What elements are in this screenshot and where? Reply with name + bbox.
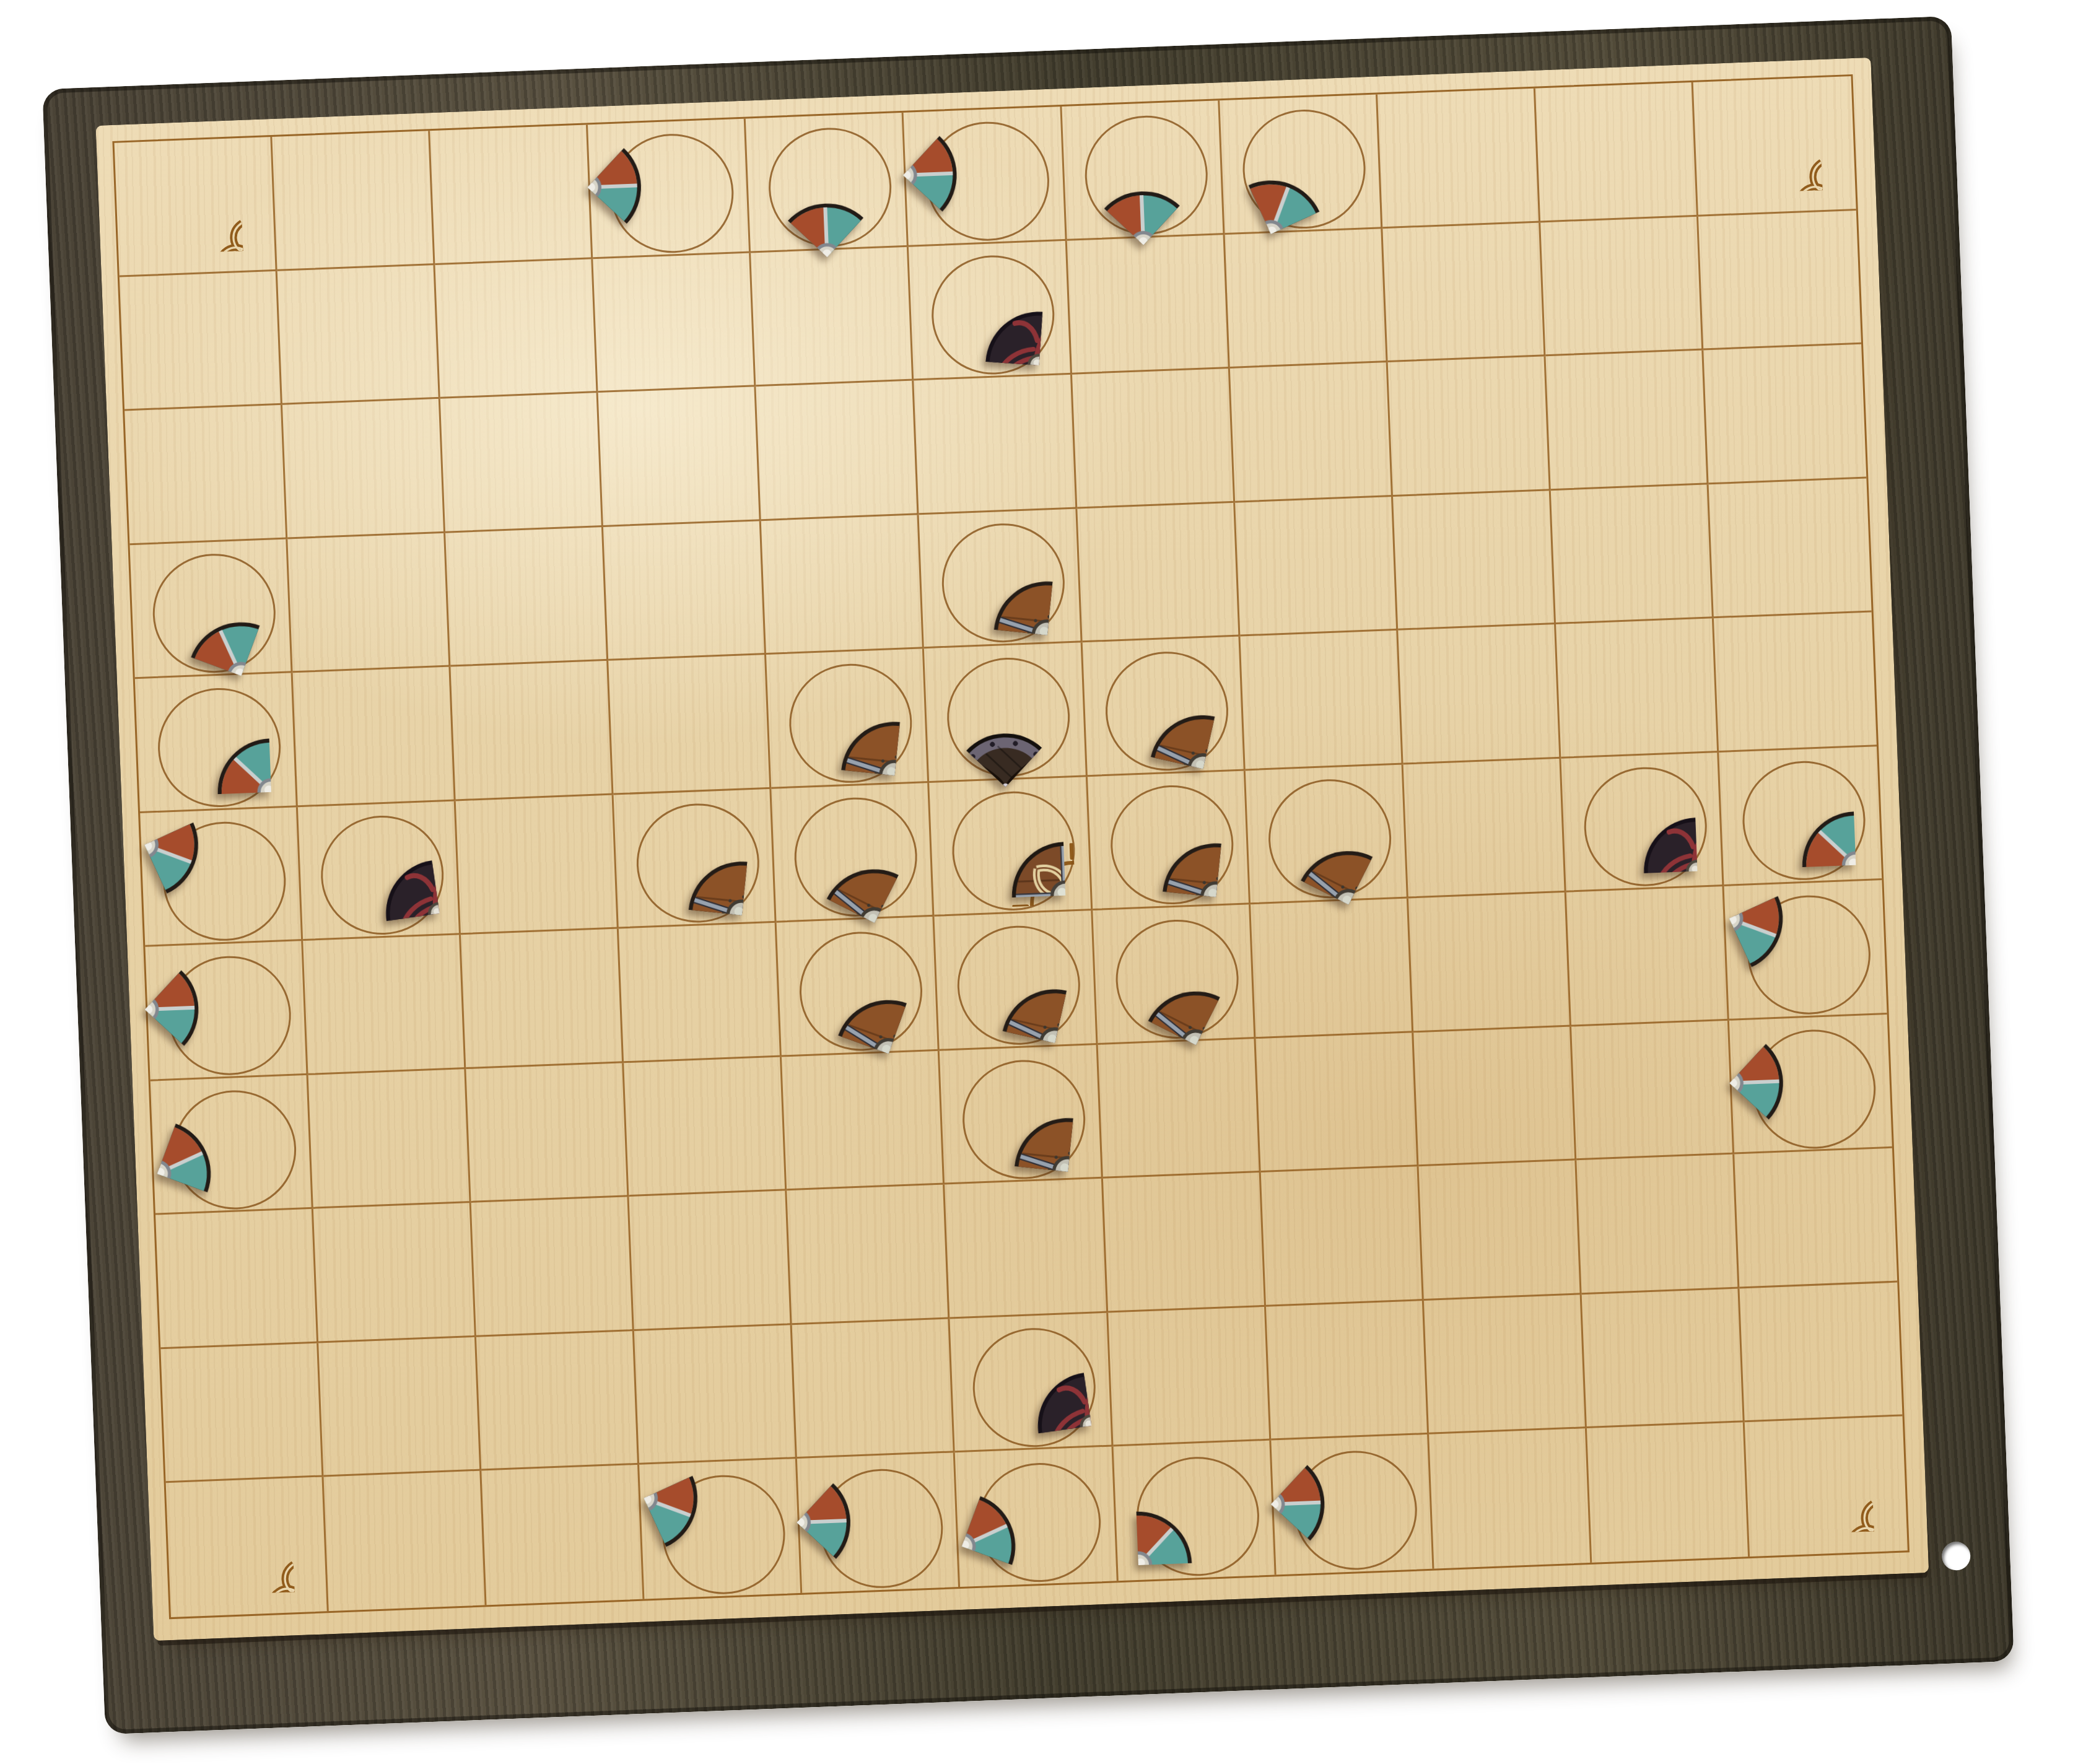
square-h5[interactable] [1251,899,1413,1039]
square-e7[interactable] [766,648,929,788]
square-k2[interactable] [1739,1283,1902,1423]
square-i1[interactable] [1429,1428,1592,1568]
square-b11[interactable] [272,131,435,271]
square-c10[interactable] [435,259,598,399]
square-i10[interactable] [1382,222,1545,362]
piece-attacker-shield-a8[interactable] [151,546,266,662]
square-f8[interactable] [919,509,1082,648]
square-g10[interactable] [1067,235,1229,375]
square-e3[interactable] [787,1185,950,1325]
piece-defender-shield-g5[interactable] [1113,912,1229,1028]
square-j9[interactable] [1545,351,1708,491]
square-d8[interactable] [603,521,766,661]
square-h3[interactable] [1260,1167,1423,1307]
square-k3[interactable] [1734,1148,1897,1288]
square-e8[interactable] [761,515,924,655]
square-e4[interactable] [782,1051,945,1191]
square-c3[interactable] [471,1197,634,1337]
square-j3[interactable] [1576,1155,1739,1295]
square-i11[interactable] [1377,89,1540,229]
square-i3[interactable] [1418,1161,1581,1301]
square-a4[interactable] [151,1075,313,1215]
square-d5[interactable] [619,923,782,1063]
piece-attacker-raven-b6[interactable] [318,808,434,924]
piece-attacker-shield-a7[interactable] [155,681,271,797]
piece-attacker-shield-k5[interactable] [1745,888,1861,1004]
game-board [95,58,1929,1641]
square-k10[interactable] [1698,210,1861,350]
square-k5[interactable] [1724,880,1887,1020]
piece-attacker-shield-g1[interactable] [1134,1449,1250,1565]
square-g2[interactable] [1108,1307,1271,1447]
piece-defender-shield-d6[interactable] [634,797,750,912]
square-a1[interactable] [166,1477,329,1617]
piece-attacker-shield-g11[interactable] [1082,108,1198,224]
square-a6[interactable] [140,807,303,947]
square-f9[interactable] [914,375,1077,515]
piece-attacker-shield-k6[interactable] [1740,754,1856,870]
square-c4[interactable] [466,1063,629,1203]
square-c7[interactable] [451,661,614,801]
square-b5[interactable] [303,935,466,1075]
piece-attacker-shield-h11[interactable] [1240,102,1356,218]
piece-attacker-shield-a4[interactable] [171,1083,287,1199]
square-h11[interactable] [1220,94,1382,234]
square-f6[interactable] [930,777,1093,917]
piece-defender-shield-g6[interactable] [1108,779,1224,894]
square-k11[interactable] [1693,76,1856,216]
piece-defender-shield-f8[interactable] [940,517,1055,632]
square-a11[interactable] [115,137,277,277]
square-b10[interactable] [277,265,440,405]
square-e1[interactable] [797,1453,960,1593]
square-k1[interactable] [1745,1417,1908,1557]
square-f3[interactable] [945,1179,1108,1319]
piece-attacker-raven-f10[interactable] [930,248,1045,364]
square-a10[interactable] [120,271,282,411]
square-k4[interactable] [1729,1015,1892,1155]
square-d2[interactable] [634,1325,797,1465]
square-g5[interactable] [1093,905,1255,1045]
square-h8[interactable] [1235,497,1398,637]
square-j8[interactable] [1551,484,1714,624]
square-a9[interactable] [124,405,287,545]
square-b2[interactable] [318,1337,481,1477]
piece-defender-shield-f5[interactable] [955,919,1071,1034]
board-frame [42,16,2014,1734]
square-d3[interactable] [629,1191,792,1331]
square-k6[interactable] [1719,746,1882,886]
piece-attacker-raven-f2[interactable] [971,1321,1086,1436]
square-d9[interactable] [598,386,761,526]
square-f1[interactable] [955,1447,1118,1587]
triquetra-engraving [198,1499,295,1596]
hanging-hole [1941,1541,1971,1571]
square-i9[interactable] [1387,356,1550,496]
square-a3[interactable] [155,1209,318,1349]
piece-defender-shield-g7[interactable] [1103,644,1219,760]
square-e11[interactable] [746,113,909,253]
piece-attacker-shield-f1[interactable] [976,1456,1092,1571]
piece-attacker-shield-d1[interactable] [660,1467,776,1583]
piece-attacker-shield-d11[interactable] [609,126,725,242]
square-a2[interactable] [160,1343,323,1483]
square-c2[interactable] [476,1331,639,1471]
product-photo-scene [0,0,2091,1764]
square-f11[interactable] [904,107,1067,247]
square-j6[interactable] [1561,753,1724,893]
piece-attacker-raven-j6[interactable] [1582,760,1698,876]
piece-defender-shield-f4[interactable] [961,1052,1076,1168]
square-a7[interactable] [135,673,298,813]
square-c6[interactable] [456,795,619,935]
square-d1[interactable] [639,1459,802,1599]
square-j10[interactable] [1540,216,1703,356]
square-e9[interactable] [756,381,919,521]
square-d4[interactable] [624,1057,787,1197]
piece-king-f6[interactable] [950,784,1066,900]
square-f5[interactable] [935,910,1098,1050]
square-c11[interactable] [430,124,593,264]
square-b1[interactable] [324,1471,487,1611]
square-i2[interactable] [1424,1295,1587,1434]
square-d6[interactable] [614,789,777,929]
piece-attacker-shield-f11[interactable] [924,114,1040,230]
square-g7[interactable] [1082,637,1245,777]
square-d11[interactable] [588,119,751,259]
triquetra-engraving [147,158,243,255]
square-f10[interactable] [909,240,1072,380]
square-g6[interactable] [1087,771,1250,910]
square-k7[interactable] [1714,613,1877,753]
square-j7[interactable] [1556,618,1719,758]
piece-attacker-shield-a5[interactable] [166,949,282,1065]
square-f4[interactable] [940,1045,1102,1185]
square-h4[interactable] [1255,1033,1418,1172]
square-i4[interactable] [1413,1026,1576,1166]
piece-attacker-shield-e11[interactable] [767,120,883,236]
square-b4[interactable] [308,1069,471,1209]
square-h6[interactable] [1245,764,1408,904]
square-g4[interactable] [1098,1039,1260,1179]
square-c8[interactable] [445,527,608,667]
square-j4[interactable] [1571,1021,1734,1161]
square-h2[interactable] [1266,1301,1429,1441]
square-g8[interactable] [1077,502,1240,642]
piece-attacker-shield-h1[interactable] [1291,1443,1407,1559]
square-d7[interactable] [608,655,771,795]
square-g11[interactable] [1062,100,1224,240]
piece-defender-shield-e5[interactable] [797,924,913,1040]
triquetra-engraving [1726,97,1823,194]
board-grid [112,74,1910,1619]
square-j1[interactable] [1587,1423,1750,1563]
triquetra-engraving [1778,1438,1874,1535]
square-c1[interactable] [481,1465,644,1605]
square-c9[interactable] [440,393,603,533]
square-i6[interactable] [1403,759,1566,899]
square-h7[interactable] [1240,631,1403,771]
square-j2[interactable] [1581,1288,1744,1428]
piece-defender-shield-h6[interactable] [1266,772,1382,888]
square-e10[interactable] [751,247,914,386]
square-i8[interactable] [1393,491,1556,631]
square-b8[interactable] [287,533,450,673]
piece-attacker-shield-k4[interactable] [1751,1022,1867,1138]
square-g1[interactable] [1113,1441,1276,1581]
square-h9[interactable] [1229,362,1392,502]
square-i7[interactable] [1398,624,1561,764]
square-j5[interactable] [1566,886,1729,1026]
piece-attacker-shield-e1[interactable] [818,1462,934,1578]
piece-defender-shield-e6[interactable] [792,790,908,906]
square-k9[interactable] [1703,344,1866,484]
piece-defender-shield-e7[interactable] [787,657,903,772]
square-k8[interactable] [1708,478,1871,618]
square-b3[interactable] [313,1203,476,1343]
square-g3[interactable] [1102,1172,1265,1312]
square-e5[interactable] [777,917,940,1057]
square-j11[interactable] [1535,82,1698,222]
square-b9[interactable] [282,399,445,539]
square-b7[interactable] [293,667,456,807]
square-f2[interactable] [950,1312,1113,1452]
piece-attacker-shield-a6[interactable] [161,814,277,930]
square-b6[interactable] [298,801,461,941]
square-a8[interactable] [129,539,292,679]
square-h10[interactable] [1224,229,1387,369]
square-h1[interactable] [1271,1434,1434,1574]
square-e2[interactable] [792,1319,955,1459]
square-i5[interactable] [1408,893,1571,1033]
piece-defender-dark-shield-f7[interactable] [945,650,1061,766]
square-g9[interactable] [1072,369,1235,509]
square-a5[interactable] [145,941,308,1081]
square-c5[interactable] [461,929,624,1069]
square-e6[interactable] [772,783,935,923]
square-f7[interactable] [924,643,1087,783]
square-d10[interactable] [593,253,756,393]
